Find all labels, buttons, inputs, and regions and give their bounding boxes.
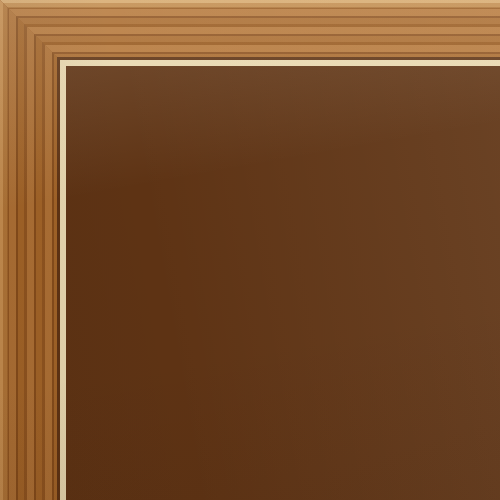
board-field <box>69 69 500 500</box>
product-photo <box>0 0 500 500</box>
chess-board <box>0 0 500 500</box>
